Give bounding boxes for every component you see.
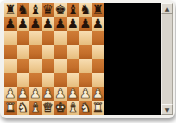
square-g5[interactable] xyxy=(79,45,92,59)
square-a2[interactable]: ♟ xyxy=(4,87,17,101)
square-f5[interactable] xyxy=(67,45,80,59)
square-c1[interactable]: ♝ xyxy=(29,101,42,115)
square-d8[interactable]: ♛ xyxy=(42,3,55,17)
square-c4[interactable] xyxy=(29,59,42,73)
square-d6[interactable] xyxy=(42,31,55,45)
move-list-panel xyxy=(104,3,161,115)
square-h8[interactable]: ♜ xyxy=(92,3,105,17)
black-pawn-piece[interactable]: ♟ xyxy=(42,17,54,31)
square-e1[interactable]: ♚ xyxy=(54,101,67,115)
white-king-piece[interactable]: ♚ xyxy=(54,101,66,115)
square-b7[interactable]: ♟ xyxy=(17,17,30,31)
square-c3[interactable] xyxy=(29,73,42,87)
up-arrow-icon: ▲ xyxy=(165,5,170,12)
square-e3[interactable] xyxy=(54,73,67,87)
chess-app-window: ♜♞♝♛♚♝♞♜♟♟♟♟♟♟♟♟♟♟♟♟♟♟♟♟♜♞♝♛♚♝♞♜ ▲ ▼ xyxy=(0,0,175,118)
white-pawn-piece[interactable]: ♟ xyxy=(29,87,41,101)
square-c5[interactable] xyxy=(29,45,42,59)
square-e5[interactable] xyxy=(54,45,67,59)
square-e4[interactable] xyxy=(54,59,67,73)
square-a4[interactable] xyxy=(4,59,17,73)
square-c6[interactable] xyxy=(29,31,42,45)
square-e8[interactable]: ♚ xyxy=(54,3,67,17)
black-pawn-piece[interactable]: ♟ xyxy=(17,17,29,31)
black-knight-piece[interactable]: ♞ xyxy=(79,3,91,17)
black-pawn-piece[interactable]: ♟ xyxy=(79,17,91,31)
square-f3[interactable] xyxy=(67,73,80,87)
square-b2[interactable]: ♟ xyxy=(17,87,30,101)
black-king-piece[interactable]: ♚ xyxy=(54,3,66,17)
square-h5[interactable] xyxy=(92,45,105,59)
square-a8[interactable]: ♜ xyxy=(4,3,17,17)
square-f6[interactable] xyxy=(67,31,80,45)
white-pawn-piece[interactable]: ♟ xyxy=(17,87,29,101)
square-h3[interactable] xyxy=(92,73,105,87)
square-h2[interactable]: ♟ xyxy=(92,87,105,101)
square-f8[interactable]: ♝ xyxy=(67,3,80,17)
square-g7[interactable]: ♟ xyxy=(79,17,92,31)
black-bishop-piece[interactable]: ♝ xyxy=(67,3,79,17)
square-b4[interactable] xyxy=(17,59,30,73)
square-h1[interactable]: ♜ xyxy=(92,101,105,115)
black-pawn-piece[interactable]: ♟ xyxy=(29,17,41,31)
white-rook-piece[interactable]: ♜ xyxy=(4,101,16,115)
white-rook-piece[interactable]: ♜ xyxy=(92,101,104,115)
square-g2[interactable]: ♟ xyxy=(79,87,92,101)
white-bishop-piece[interactable]: ♝ xyxy=(29,101,41,115)
square-e2[interactable]: ♟ xyxy=(54,87,67,101)
square-g3[interactable] xyxy=(79,73,92,87)
square-f2[interactable]: ♟ xyxy=(67,87,80,101)
white-pawn-piece[interactable]: ♟ xyxy=(67,87,79,101)
square-h4[interactable] xyxy=(92,59,105,73)
square-h7[interactable]: ♟ xyxy=(92,17,105,31)
chess-board[interactable]: ♜♞♝♛♚♝♞♜♟♟♟♟♟♟♟♟♟♟♟♟♟♟♟♟♜♞♝♛♚♝♞♜ xyxy=(4,3,104,115)
black-bishop-piece[interactable]: ♝ xyxy=(29,3,41,17)
square-f1[interactable]: ♝ xyxy=(67,101,80,115)
square-g1[interactable]: ♞ xyxy=(79,101,92,115)
square-a1[interactable]: ♜ xyxy=(4,101,17,115)
scrollbar-thumb[interactable] xyxy=(161,14,173,104)
white-bishop-piece[interactable]: ♝ xyxy=(67,101,79,115)
black-pawn-piece[interactable]: ♟ xyxy=(67,17,79,31)
square-c2[interactable]: ♟ xyxy=(29,87,42,101)
square-d3[interactable] xyxy=(42,73,55,87)
black-queen-piece[interactable]: ♛ xyxy=(42,3,54,17)
scroll-up-button[interactable]: ▲ xyxy=(161,3,173,14)
square-f4[interactable] xyxy=(67,59,80,73)
square-c7[interactable]: ♟ xyxy=(29,17,42,31)
square-a5[interactable] xyxy=(4,45,17,59)
black-rook-piece[interactable]: ♜ xyxy=(4,3,16,17)
white-pawn-piece[interactable]: ♟ xyxy=(42,87,54,101)
down-arrow-icon: ▼ xyxy=(165,106,170,113)
white-queen-piece[interactable]: ♛ xyxy=(42,101,54,115)
black-pawn-piece[interactable]: ♟ xyxy=(4,17,16,31)
white-knight-piece[interactable]: ♞ xyxy=(17,101,29,115)
black-knight-piece[interactable]: ♞ xyxy=(17,3,29,17)
square-a7[interactable]: ♟ xyxy=(4,17,17,31)
square-g8[interactable]: ♞ xyxy=(79,3,92,17)
square-e6[interactable] xyxy=(54,31,67,45)
square-d7[interactable]: ♟ xyxy=(42,17,55,31)
white-pawn-piece[interactable]: ♟ xyxy=(79,87,91,101)
white-pawn-piece[interactable]: ♟ xyxy=(54,87,66,101)
square-b8[interactable]: ♞ xyxy=(17,3,30,17)
square-a6[interactable] xyxy=(4,31,17,45)
square-g6[interactable] xyxy=(79,31,92,45)
square-d1[interactable]: ♛ xyxy=(42,101,55,115)
square-g4[interactable] xyxy=(79,59,92,73)
square-a3[interactable] xyxy=(4,73,17,87)
white-knight-piece[interactable]: ♞ xyxy=(79,101,91,115)
square-b1[interactable]: ♞ xyxy=(17,101,30,115)
square-d5[interactable] xyxy=(42,45,55,59)
black-pawn-piece[interactable]: ♟ xyxy=(92,17,104,31)
white-pawn-piece[interactable]: ♟ xyxy=(92,87,104,101)
square-b5[interactable] xyxy=(17,45,30,59)
scroll-down-button[interactable]: ▼ xyxy=(161,104,173,115)
move-list-scrollbar[interactable]: ▲ ▼ xyxy=(161,3,173,115)
square-d4[interactable] xyxy=(42,59,55,73)
black-pawn-piece[interactable]: ♟ xyxy=(54,17,66,31)
square-d2[interactable]: ♟ xyxy=(42,87,55,101)
square-e7[interactable]: ♟ xyxy=(54,17,67,31)
square-b3[interactable] xyxy=(17,73,30,87)
square-h6[interactable] xyxy=(92,31,105,45)
black-rook-piece[interactable]: ♜ xyxy=(92,3,104,17)
white-pawn-piece[interactable]: ♟ xyxy=(4,87,16,101)
square-f7[interactable]: ♟ xyxy=(67,17,80,31)
square-b6[interactable] xyxy=(17,31,30,45)
square-c8[interactable]: ♝ xyxy=(29,3,42,17)
